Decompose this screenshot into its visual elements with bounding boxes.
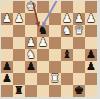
chess-board[interactable]: ♚♟♟♟♟♟♞♞♛♟♟♞♝♟♟♟♟♟♜♜♚: [1, 1, 97, 97]
square-g8[interactable]: ♜: [13, 85, 25, 97]
white-pawn-piece[interactable]: ♟: [85, 13, 97, 25]
white-king-piece[interactable]: ♚: [25, 1, 37, 13]
square-h8[interactable]: [1, 85, 13, 97]
square-d5[interactable]: [49, 49, 61, 61]
square-a6[interactable]: ♟: [85, 61, 97, 73]
square-f7[interactable]: [25, 73, 37, 85]
square-g5[interactable]: [13, 49, 25, 61]
black-pawn-piece[interactable]: ♟: [1, 73, 13, 85]
square-b4[interactable]: [73, 37, 85, 49]
square-g4[interactable]: [13, 37, 25, 49]
square-d2[interactable]: [49, 13, 61, 25]
black-pawn-piece[interactable]: ♟: [25, 61, 37, 73]
square-h7[interactable]: ♟: [1, 73, 13, 85]
square-g6[interactable]: [13, 61, 25, 73]
square-g2[interactable]: ♟: [13, 13, 25, 25]
black-king-piece[interactable]: ♚: [73, 85, 85, 97]
square-b8[interactable]: ♚: [73, 85, 85, 97]
square-h2[interactable]: ♟: [1, 13, 13, 25]
square-d3[interactable]: [49, 25, 61, 37]
square-f8[interactable]: [25, 85, 37, 97]
square-f6[interactable]: ♟: [25, 61, 37, 73]
square-c7[interactable]: [61, 73, 73, 85]
white-queen-piece[interactable]: ♛: [73, 25, 85, 37]
square-c3[interactable]: ♞: [61, 25, 73, 37]
square-h3[interactable]: [1, 25, 13, 37]
screenshot-frame: ♚♟♟♟♟♟♞♞♛♟♟♞♝♟♟♟♟♟♜♜♚: [0, 0, 100, 99]
square-c8[interactable]: [61, 85, 73, 97]
black-pawn-piece[interactable]: ♟: [85, 61, 97, 73]
white-pawn-piece[interactable]: ♟: [1, 13, 13, 25]
square-c5[interactable]: ♝: [61, 49, 73, 61]
square-e5[interactable]: [37, 49, 49, 61]
square-g3[interactable]: [13, 25, 25, 37]
white-pawn-piece[interactable]: ♟: [37, 37, 49, 49]
square-e1[interactable]: [37, 1, 49, 13]
square-a3[interactable]: [85, 25, 97, 37]
square-b5[interactable]: [73, 49, 85, 61]
square-d1[interactable]: [49, 1, 61, 13]
white-pawn-piece[interactable]: ♟: [13, 13, 25, 25]
square-a7[interactable]: [85, 73, 97, 85]
square-d7[interactable]: ♜: [49, 73, 61, 85]
square-f1[interactable]: ♚: [25, 1, 37, 13]
black-bishop-piece[interactable]: ♝: [61, 49, 73, 61]
square-b3[interactable]: ♛: [73, 25, 85, 37]
square-a8[interactable]: [85, 85, 97, 97]
square-a2[interactable]: ♟: [85, 13, 97, 25]
white-knight-piece[interactable]: ♞: [61, 25, 73, 37]
square-d8[interactable]: [49, 85, 61, 97]
black-rook-piece[interactable]: ♜: [13, 85, 25, 97]
square-e6[interactable]: [37, 61, 49, 73]
square-h4[interactable]: [1, 37, 13, 49]
square-e7[interactable]: [37, 73, 49, 85]
white-rook-piece[interactable]: ♜: [49, 73, 61, 85]
square-d4[interactable]: [49, 37, 61, 49]
square-f2[interactable]: [25, 13, 37, 25]
square-b6[interactable]: [73, 61, 85, 73]
square-e8[interactable]: [37, 85, 49, 97]
square-e4[interactable]: ♟: [37, 37, 49, 49]
square-c6[interactable]: [61, 61, 73, 73]
